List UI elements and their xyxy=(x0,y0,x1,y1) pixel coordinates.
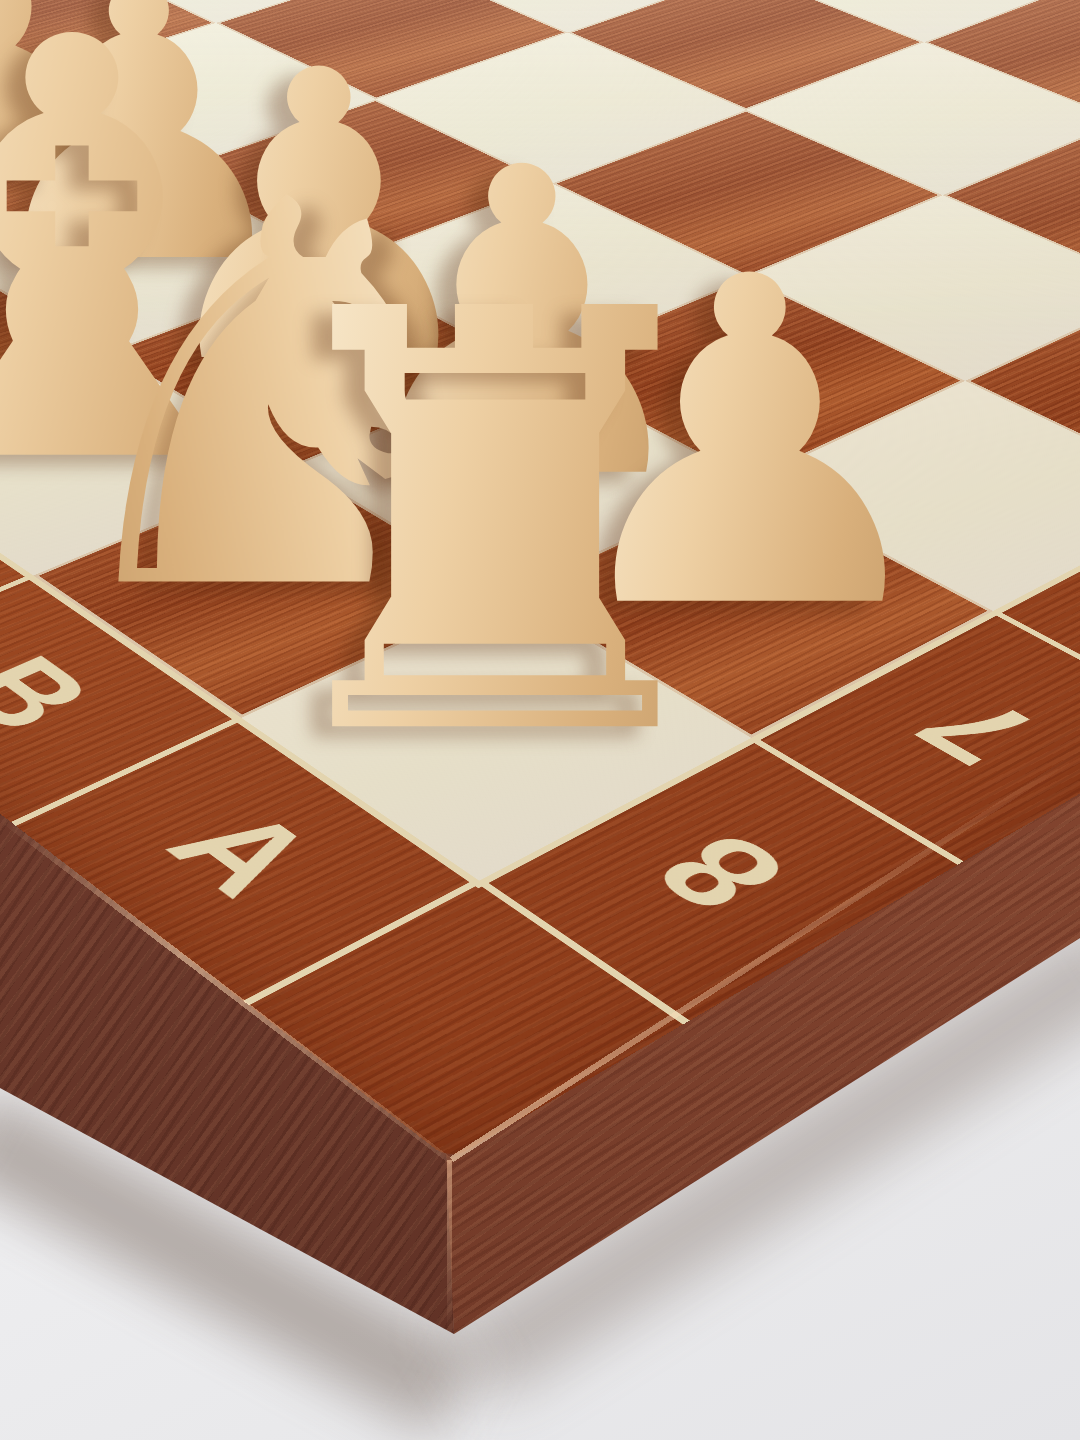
product-photo-scene: HGFEDCBA12345678 ♟♟♟♝♟♞♟♜ xyxy=(0,0,1080,1440)
edge-highlight-corner xyxy=(447,1160,452,1334)
rank-label-glyph: 7 xyxy=(885,680,1070,783)
chess-board: HGFEDCBA12345678 xyxy=(0,0,1080,1160)
rank-label-glyph: 8 xyxy=(620,815,820,931)
ground-shadow-left xyxy=(0,1086,478,1435)
